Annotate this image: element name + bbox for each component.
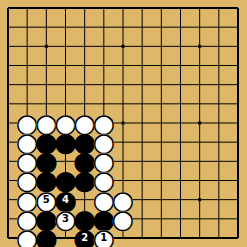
- stone-glyph: ●: [37, 133, 56, 152]
- stone-outline: ○: [94, 209, 113, 228]
- black-stone: ●○: [37, 171, 56, 190]
- stone-glyph: ●: [18, 209, 37, 228]
- board-intersection[interactable]: [133, 171, 152, 190]
- white-stone: ●○: [18, 228, 37, 247]
- move-number-label: 2: [75, 228, 94, 247]
- white-stone: ●○: [94, 133, 113, 152]
- stone-outline: ○: [75, 171, 94, 190]
- stone-glyph: ●: [56, 171, 75, 190]
- stone-glyph: ●: [94, 171, 113, 190]
- stone-outline: ○: [37, 209, 56, 228]
- black-stone: ●○: [75, 152, 94, 171]
- board-intersection[interactable]: [113, 75, 132, 94]
- board-intersection[interactable]: [0, 18, 18, 37]
- move-number-label: 4: [56, 190, 75, 209]
- board-intersection[interactable]: [171, 228, 190, 247]
- board-intersection[interactable]: ●○: [18, 113, 37, 132]
- board-intersection[interactable]: [56, 152, 75, 171]
- white-stone: ●○: [113, 190, 132, 209]
- board-intersection[interactable]: [133, 37, 152, 56]
- board-intersection[interactable]: [18, 75, 37, 94]
- board-intersection[interactable]: ●○: [18, 190, 37, 209]
- board-intersection[interactable]: ●○: [75, 113, 94, 132]
- board-intersection[interactable]: [190, 56, 209, 75]
- board-intersection[interactable]: [56, 94, 75, 113]
- board-intersection[interactable]: [0, 171, 18, 190]
- board-intersection[interactable]: [209, 133, 228, 152]
- board-intersection[interactable]: [0, 56, 18, 75]
- stone-outline: ○: [75, 152, 94, 171]
- stone-glyph: ●: [94, 113, 113, 132]
- board-intersection[interactable]: [94, 0, 113, 18]
- board-intersection[interactable]: [113, 152, 132, 171]
- stone-glyph: ●: [18, 228, 37, 247]
- board-intersection[interactable]: ●○: [56, 113, 75, 132]
- board-intersection[interactable]: [228, 113, 247, 132]
- board-intersection[interactable]: [152, 37, 171, 56]
- stone-glyph: ●: [56, 209, 75, 228]
- white-stone: ●○: [18, 209, 37, 228]
- stone-outline: ○: [18, 113, 37, 132]
- board-intersection[interactable]: [133, 152, 152, 171]
- board-intersection[interactable]: [113, 113, 132, 132]
- board-intersection[interactable]: [75, 190, 94, 209]
- board-intersection[interactable]: [37, 18, 56, 37]
- stone-outline: ○: [37, 152, 56, 171]
- stone-glyph: ●: [75, 113, 94, 132]
- board-intersection[interactable]: ●○: [94, 133, 113, 152]
- board-intersection[interactable]: ●○: [18, 228, 37, 247]
- stone-outline: ○: [94, 190, 113, 209]
- board-intersection[interactable]: [113, 94, 132, 113]
- stone-glyph: ●: [75, 133, 94, 152]
- stone-outline: ○: [37, 113, 56, 132]
- board-intersection[interactable]: [152, 171, 171, 190]
- board-intersection[interactable]: ●○5: [37, 190, 56, 209]
- board-intersection[interactable]: ●○: [37, 152, 56, 171]
- board-intersection[interactable]: [171, 56, 190, 75]
- board-intersection[interactable]: [0, 228, 18, 247]
- board-intersection[interactable]: [209, 152, 228, 171]
- board-intersection[interactable]: [209, 0, 228, 18]
- board-intersection[interactable]: [18, 37, 37, 56]
- move-number-label: 3: [56, 209, 75, 228]
- board-intersection[interactable]: [75, 37, 94, 56]
- board-intersection[interactable]: [0, 190, 18, 209]
- board-intersection[interactable]: [171, 37, 190, 56]
- board-intersection[interactable]: [37, 56, 56, 75]
- board-intersection[interactable]: [209, 94, 228, 113]
- board-intersection[interactable]: [133, 209, 152, 228]
- stone-outline: ○: [56, 190, 75, 209]
- board-intersection[interactable]: [0, 152, 18, 171]
- white-stone: ●○: [18, 133, 37, 152]
- white-stone: ●○: [18, 113, 37, 132]
- board-intersection[interactable]: [0, 37, 18, 56]
- board-intersection[interactable]: [209, 228, 228, 247]
- board-intersection[interactable]: [0, 113, 18, 132]
- board-intersection[interactable]: [152, 209, 171, 228]
- white-stone: ●○: [94, 152, 113, 171]
- stone-outline: ○: [94, 133, 113, 152]
- stone-outline: ○: [37, 171, 56, 190]
- board-intersection[interactable]: [228, 0, 247, 18]
- board-intersection[interactable]: [152, 56, 171, 75]
- board-intersection[interactable]: [75, 18, 94, 37]
- black-stone: ●○: [75, 171, 94, 190]
- stone-outline: ○: [113, 209, 132, 228]
- board-intersection[interactable]: [190, 171, 209, 190]
- board-intersection[interactable]: [228, 56, 247, 75]
- stone-outline: ○: [56, 133, 75, 152]
- board-intersection[interactable]: [113, 228, 132, 247]
- white-stone: ●○: [94, 190, 113, 209]
- stone-outline: ○: [18, 171, 37, 190]
- stone-glyph: ●: [37, 152, 56, 171]
- board-intersection[interactable]: [113, 171, 132, 190]
- board-intersection[interactable]: [37, 94, 56, 113]
- board-intersection[interactable]: ●○: [37, 228, 56, 247]
- stone-glyph: ●: [18, 113, 37, 132]
- board-intersection[interactable]: [228, 75, 247, 94]
- board-intersection[interactable]: [113, 37, 132, 56]
- stone-outline: ○: [18, 228, 37, 247]
- stone-glyph: ●: [75, 209, 94, 228]
- board-intersection[interactable]: [209, 209, 228, 228]
- stone-glyph: ●: [18, 190, 37, 209]
- board-intersection[interactable]: [133, 0, 152, 18]
- board-intersection[interactable]: [94, 94, 113, 113]
- board-intersection[interactable]: [190, 37, 209, 56]
- board-intersection[interactable]: [228, 190, 247, 209]
- stone-outline: ○: [75, 209, 94, 228]
- white-stone: ●○: [18, 152, 37, 171]
- board-intersection[interactable]: ●○: [18, 171, 37, 190]
- board-intersection[interactable]: [0, 209, 18, 228]
- board-intersection[interactable]: [113, 18, 132, 37]
- black-stone: ●○: [75, 209, 94, 228]
- go-board: ●○●○●○●○●○●○●○●○●○●○●○●○●○●○●○●○●○●○●○●○…: [0, 0, 247, 247]
- board-intersection[interactable]: ●○3: [56, 209, 75, 228]
- stone-outline: ○: [18, 209, 37, 228]
- board-intersection[interactable]: [94, 75, 113, 94]
- stone-outline: ○: [18, 133, 37, 152]
- stone-glyph: ●: [75, 228, 94, 247]
- board-intersection[interactable]: [18, 56, 37, 75]
- board-intersection[interactable]: [171, 94, 190, 113]
- board-intersection[interactable]: [171, 18, 190, 37]
- board-intersection[interactable]: [133, 228, 152, 247]
- stone-outline: ○: [56, 209, 75, 228]
- board-intersection[interactable]: [209, 75, 228, 94]
- board-intersection[interactable]: ●○2: [75, 228, 94, 247]
- board-intersection[interactable]: ●○: [56, 171, 75, 190]
- board-intersection[interactable]: [133, 190, 152, 209]
- board-intersection[interactable]: ●○: [94, 171, 113, 190]
- white-stone: ●○: [37, 113, 56, 132]
- board-intersection[interactable]: [171, 0, 190, 18]
- board-intersection[interactable]: [0, 94, 18, 113]
- stone-outline: ○: [18, 190, 37, 209]
- stone-outline: ○: [113, 190, 132, 209]
- board-intersection[interactable]: [37, 75, 56, 94]
- move-number-label: 1: [94, 228, 113, 247]
- board-intersection[interactable]: [171, 75, 190, 94]
- stone-glyph: ●: [56, 190, 75, 209]
- board-intersection[interactable]: [228, 37, 247, 56]
- board-intersection[interactable]: [228, 133, 247, 152]
- board-intersection[interactable]: [0, 133, 18, 152]
- board-intersection[interactable]: [152, 113, 171, 132]
- board-intersection[interactable]: [18, 18, 37, 37]
- board-intersection[interactable]: [152, 0, 171, 18]
- stone-glyph: ●: [113, 209, 132, 228]
- stone-outline: ○: [18, 152, 37, 171]
- board-intersection[interactable]: ●○: [94, 152, 113, 171]
- board-intersection[interactable]: ●○: [56, 133, 75, 152]
- board-intersection[interactable]: [133, 75, 152, 94]
- board-intersection[interactable]: [209, 113, 228, 132]
- board-intersection[interactable]: ●○: [37, 113, 56, 132]
- stone-outline: ○: [75, 228, 94, 247]
- board-intersection[interactable]: ●○: [75, 171, 94, 190]
- board-intersection[interactable]: [190, 209, 209, 228]
- stone-outline: ○: [94, 113, 113, 132]
- stone-glyph: ●: [94, 133, 113, 152]
- board-intersection[interactable]: [94, 56, 113, 75]
- board-intersection[interactable]: [0, 75, 18, 94]
- black-stone: ●○: [56, 171, 75, 190]
- white-stone: ●○: [94, 171, 113, 190]
- white-stone: ●○: [18, 171, 37, 190]
- white-stone: ●○: [75, 113, 94, 132]
- board-intersection[interactable]: ●○: [37, 209, 56, 228]
- board-intersection[interactable]: ●○: [113, 190, 132, 209]
- board-intersection[interactable]: [18, 0, 37, 18]
- stone-outline: ○: [37, 133, 56, 152]
- board-intersection[interactable]: ●○: [75, 152, 94, 171]
- board-intersection[interactable]: [171, 113, 190, 132]
- board-intersection[interactable]: [228, 171, 247, 190]
- stone-glyph: ●: [56, 133, 75, 152]
- board-intersection[interactable]: [113, 133, 132, 152]
- stone-glyph: ●: [75, 152, 94, 171]
- stone-glyph: ●: [37, 228, 56, 247]
- stone-outline: ○: [75, 133, 94, 152]
- black-stone: ●○: [37, 209, 56, 228]
- board-intersection[interactable]: ●○: [94, 113, 113, 132]
- stone-glyph: ●: [37, 113, 56, 132]
- board-intersection[interactable]: [133, 133, 152, 152]
- board-intersection[interactable]: ●○: [113, 209, 132, 228]
- board-intersection[interactable]: [209, 18, 228, 37]
- board-intersection[interactable]: [228, 152, 247, 171]
- board-intersection[interactable]: [94, 18, 113, 37]
- black-stone: ●○: [37, 228, 56, 247]
- board-intersection[interactable]: [228, 209, 247, 228]
- white-stone: ●○: [94, 113, 113, 132]
- board-intersection[interactable]: [37, 0, 56, 18]
- stone-glyph: ●: [75, 171, 94, 190]
- board-intersection[interactable]: [152, 18, 171, 37]
- board-intersection[interactable]: ●○: [18, 152, 37, 171]
- board-intersection[interactable]: ●○1: [94, 228, 113, 247]
- board-intersection[interactable]: [94, 37, 113, 56]
- stone-outline: ○: [94, 228, 113, 247]
- board-intersection[interactable]: [113, 56, 132, 75]
- white-stone: ●○: [18, 190, 37, 209]
- board-intersection[interactable]: [56, 0, 75, 18]
- stone-outline: ○: [75, 113, 94, 132]
- board-intersection[interactable]: [56, 75, 75, 94]
- board-intersection[interactable]: [113, 0, 132, 18]
- board-intersection[interactable]: [190, 228, 209, 247]
- black-stone: ●○: [94, 209, 113, 228]
- white-stone: ●○1: [94, 228, 113, 247]
- board-intersection[interactable]: ●○: [37, 171, 56, 190]
- board-intersection[interactable]: [190, 75, 209, 94]
- black-stone: ●○2: [75, 228, 94, 247]
- board-intersection[interactable]: [190, 190, 209, 209]
- board-intersection[interactable]: [209, 37, 228, 56]
- board-intersection[interactable]: [37, 37, 56, 56]
- black-stone: ●○: [37, 133, 56, 152]
- board-intersection[interactable]: ●○4: [56, 190, 75, 209]
- board-intersection[interactable]: [133, 113, 152, 132]
- board-intersection[interactable]: [152, 133, 171, 152]
- board-intersection[interactable]: ●○: [18, 133, 37, 152]
- board-intersection[interactable]: [133, 56, 152, 75]
- board-intersection[interactable]: [152, 152, 171, 171]
- board-intersection[interactable]: [0, 0, 18, 18]
- board-intersection[interactable]: [209, 56, 228, 75]
- board-intersection[interactable]: [133, 94, 152, 113]
- board-intersection[interactable]: [75, 94, 94, 113]
- stone-glyph: ●: [18, 152, 37, 171]
- stone-glyph: ●: [18, 133, 37, 152]
- board-intersection[interactable]: [171, 152, 190, 171]
- black-stone: ●○: [75, 133, 94, 152]
- stone-glyph: ●: [37, 190, 56, 209]
- board-intersection[interactable]: [209, 190, 228, 209]
- stone-glyph: ●: [94, 209, 113, 228]
- board-intersection[interactable]: [152, 94, 171, 113]
- stone-glyph: ●: [113, 190, 132, 209]
- board-intersection[interactable]: [152, 190, 171, 209]
- board-intersection[interactable]: [228, 18, 247, 37]
- board-intersection[interactable]: [152, 75, 171, 94]
- board-intersection[interactable]: [190, 113, 209, 132]
- stone-outline: ○: [37, 228, 56, 247]
- board-intersection[interactable]: ●○: [37, 133, 56, 152]
- stone-glyph: ●: [56, 113, 75, 132]
- board-intersection[interactable]: ●○: [75, 133, 94, 152]
- board-intersection[interactable]: [171, 133, 190, 152]
- board-intersection[interactable]: [56, 37, 75, 56]
- board-intersection[interactable]: [152, 228, 171, 247]
- board-intersection[interactable]: ●○: [75, 209, 94, 228]
- board-intersection[interactable]: ●○: [94, 190, 113, 209]
- board-intersection[interactable]: ●○: [94, 209, 113, 228]
- board-intersection[interactable]: [56, 228, 75, 247]
- board-intersection[interactable]: [190, 152, 209, 171]
- board-intersection[interactable]: [133, 18, 152, 37]
- white-stone: ●○: [113, 209, 132, 228]
- white-stone: ●○: [56, 113, 75, 132]
- black-stone: ●○4: [56, 190, 75, 209]
- black-stone: ●○: [56, 133, 75, 152]
- board-intersection[interactable]: [209, 171, 228, 190]
- stone-outline: ○: [94, 171, 113, 190]
- black-stone: ●○: [37, 152, 56, 171]
- board-intersection[interactable]: [171, 209, 190, 228]
- stone-glyph: ●: [94, 152, 113, 171]
- stone-outline: ○: [56, 171, 75, 190]
- stone-glyph: ●: [94, 228, 113, 247]
- board-intersection[interactable]: [190, 94, 209, 113]
- board-intersection[interactable]: [228, 228, 247, 247]
- board-intersection[interactable]: [190, 133, 209, 152]
- board-intersection[interactable]: [190, 0, 209, 18]
- board-intersection[interactable]: [228, 94, 247, 113]
- stone-outline: ○: [56, 113, 75, 132]
- stone-glyph: ●: [37, 209, 56, 228]
- board-intersection[interactable]: [18, 94, 37, 113]
- board-intersection[interactable]: [75, 75, 94, 94]
- stone-outline: ○: [94, 152, 113, 171]
- stone-outline: ○: [37, 190, 56, 209]
- board-intersection[interactable]: [171, 190, 190, 209]
- board-intersection[interactable]: [56, 18, 75, 37]
- move-number-label: 5: [37, 190, 56, 209]
- board-intersection[interactable]: [190, 18, 209, 37]
- board-intersection[interactable]: [171, 171, 190, 190]
- board-intersection[interactable]: [56, 56, 75, 75]
- white-stone: ●○5: [37, 190, 56, 209]
- stone-glyph: ●: [37, 171, 56, 190]
- stone-glyph: ●: [94, 190, 113, 209]
- board-intersection[interactable]: [75, 56, 94, 75]
- board-grid: ●○●○●○●○●○●○●○●○●○●○●○●○●○●○●○●○●○●○●○●○…: [0, 0, 247, 247]
- board-intersection[interactable]: [75, 0, 94, 18]
- stone-glyph: ●: [18, 171, 37, 190]
- board-intersection[interactable]: ●○: [18, 209, 37, 228]
- white-stone: ●○3: [56, 209, 75, 228]
